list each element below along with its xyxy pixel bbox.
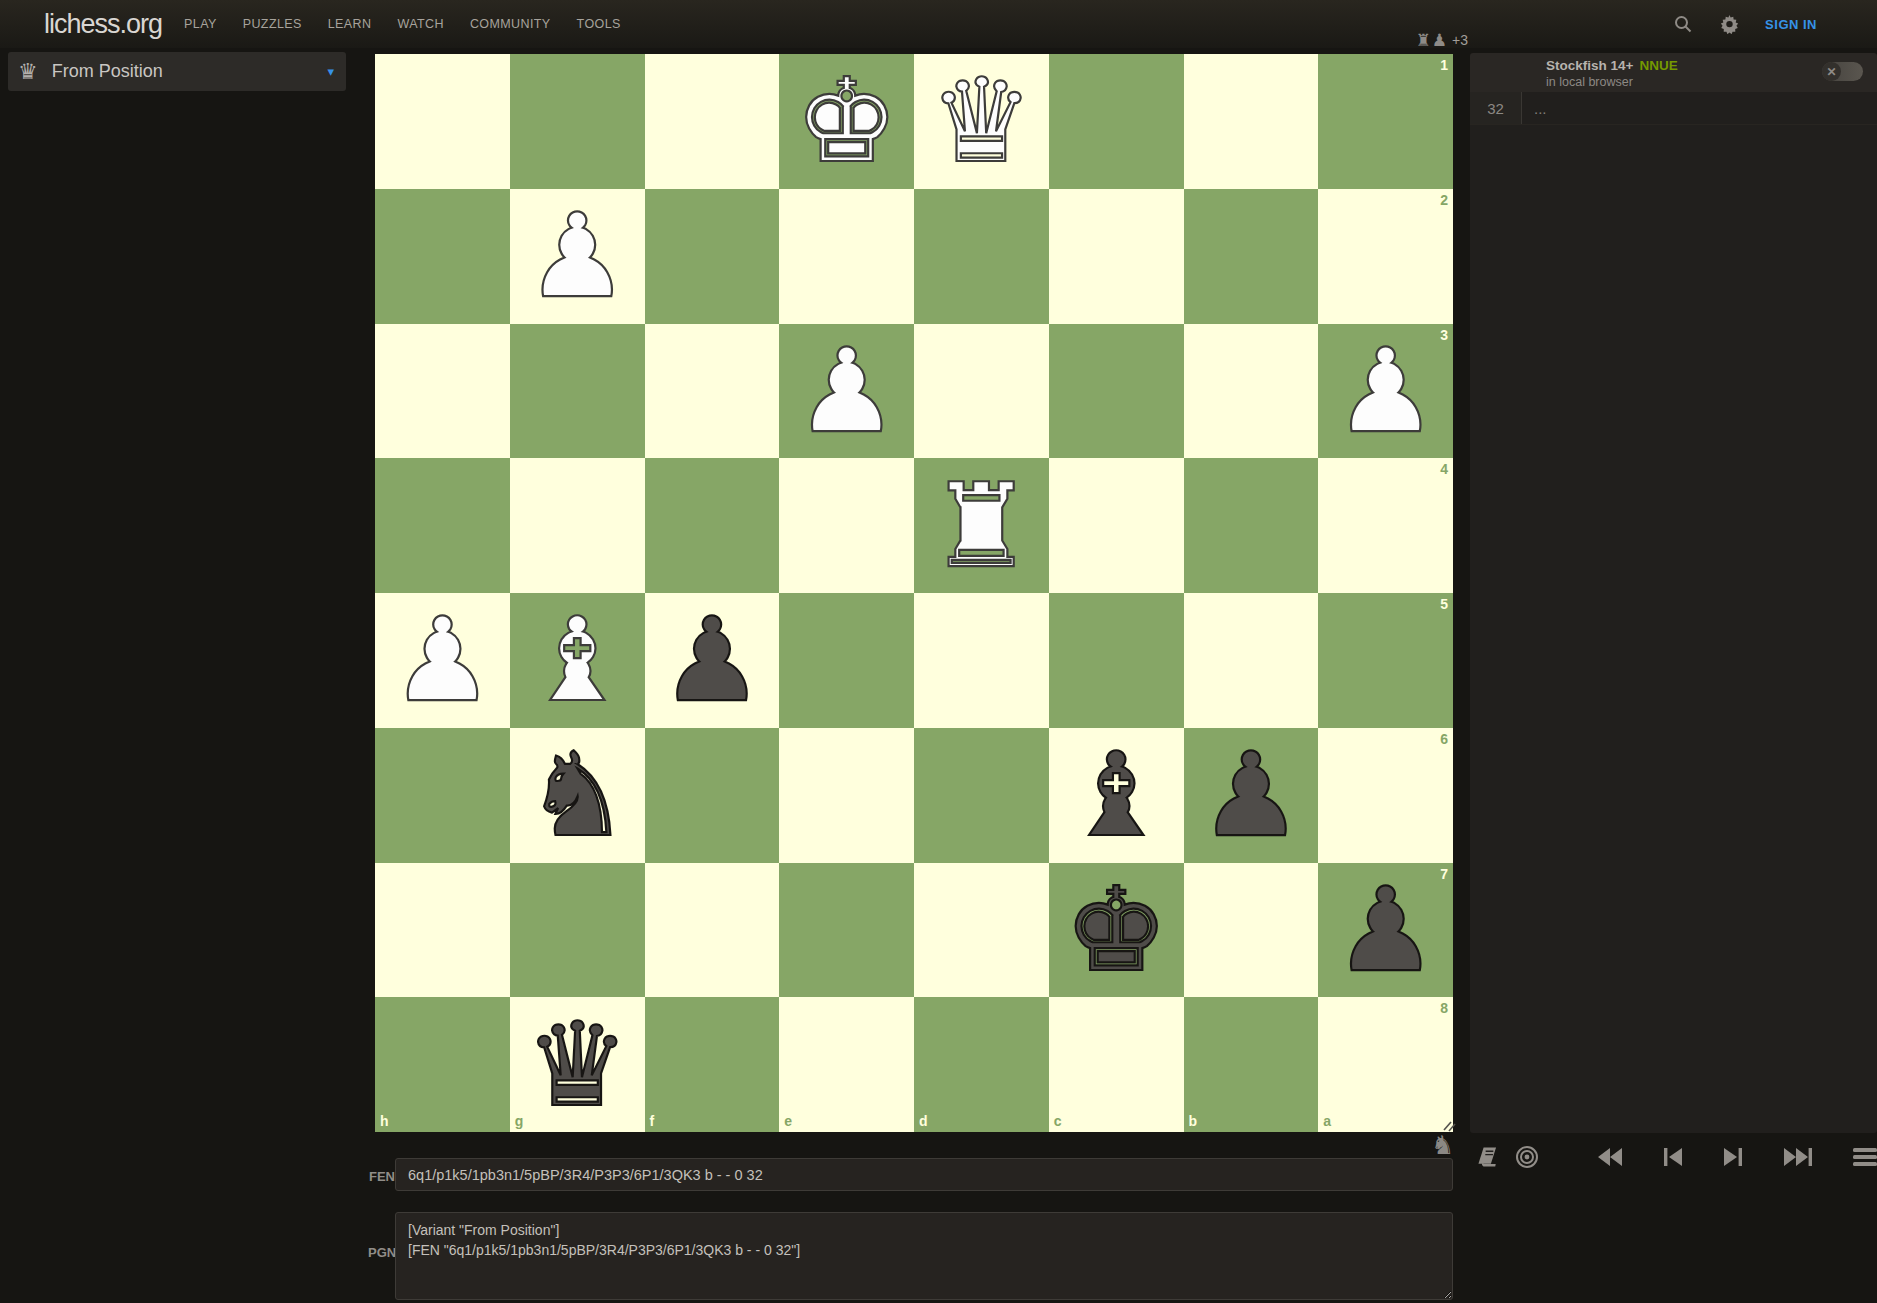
square-d5[interactable] [914,593,1049,728]
square-e5[interactable] [779,593,914,728]
square-c4[interactable] [1049,458,1184,593]
square-c5[interactable] [1049,593,1184,728]
nav-learn[interactable]: LEARN [328,17,372,31]
square-c7[interactable]: ♚ [1049,863,1184,998]
white-bishop-g5[interactable]: ♝ [525,602,629,718]
file-label-f: f [650,1114,655,1128]
square-a5[interactable]: 5 [1318,593,1453,728]
material-score: +3 [1452,32,1468,48]
square-c6[interactable]: ♝ [1049,728,1184,863]
material-indicator: ♜ ♟ +3 [1398,30,1468,50]
top-navbar: lichess.org PLAY PUZZLES LEARN WATCH COM… [0,0,1877,48]
engine-location: in local browser [1546,75,1633,89]
rank-label-6: 6 [1440,732,1448,746]
engine-panel-header: Stockfish 14+NNUE in local browser [1470,53,1877,92]
square-f3[interactable] [645,324,780,459]
square-h8[interactable]: h [375,997,510,1132]
menu-icon[interactable] [1853,1148,1877,1166]
square-c2[interactable] [1049,189,1184,324]
square-a6[interactable]: 6 [1318,728,1453,863]
square-d8[interactable]: d [914,997,1049,1132]
square-b8[interactable]: b [1184,997,1319,1132]
square-f1[interactable] [645,54,780,189]
file-label-h: h [380,1114,389,1128]
rank-label-5: 5 [1440,597,1448,611]
square-a7[interactable]: ♟7 [1318,863,1453,998]
previous-move-button[interactable] [1663,1147,1683,1167]
variant-select[interactable]: ♛ From Position ▾ [8,52,346,91]
gear-icon[interactable] [1719,14,1739,34]
square-b1[interactable] [1184,54,1319,189]
square-a2[interactable]: 2 [1318,189,1453,324]
black-queen-g8[interactable]: ♛ [525,1007,629,1123]
square-c1[interactable] [1049,54,1184,189]
square-e7[interactable] [779,863,914,998]
knight-cursor-icon: ♞ [1431,1130,1454,1160]
square-b6[interactable]: ♟ [1184,728,1319,863]
nav-watch[interactable]: WATCH [397,17,443,31]
sign-in-button[interactable]: SIGN IN [1765,17,1817,32]
file-label-g: g [515,1114,524,1128]
square-h3[interactable] [375,324,510,459]
square-c3[interactable] [1049,324,1184,459]
square-g7[interactable] [510,863,645,998]
rank-label-1: 1 [1440,58,1448,72]
square-b4[interactable] [1184,458,1319,593]
opening-explorer-icon[interactable] [1478,1146,1501,1168]
square-b5[interactable] [1184,593,1319,728]
pgn-input[interactable]: [Variant "From Position"] [FEN "6q1/p1k5… [395,1212,1453,1300]
search-icon[interactable] [1673,14,1693,34]
square-d3[interactable] [914,324,1049,459]
square-d2[interactable] [914,189,1049,324]
rank-label-4: 4 [1440,462,1448,476]
black-bishop-c6[interactable]: ♝ [1064,737,1168,853]
square-g6[interactable]: ♞ [510,728,645,863]
square-g8[interactable]: ♛g [510,997,645,1132]
white-pawn-h5[interactable]: ♟ [390,602,494,718]
square-a4[interactable]: 4 [1318,458,1453,593]
variant-label: From Position [52,61,328,82]
square-f8[interactable]: f [645,997,780,1132]
nav-community[interactable]: COMMUNITY [470,17,551,31]
move-nav-group [1597,1147,1877,1167]
square-b7[interactable] [1184,863,1319,998]
chess-board[interactable]: ♚♛1♟2♟♟3♜4♟♝♟5♞♝♟6♚♟7h♛gfedcb8a [375,54,1453,1132]
crown-icon: ♛ [18,59,38,84]
last-move-button[interactable] [1783,1147,1813,1167]
lichess-logo[interactable]: lichess.org [44,9,162,40]
pawn-icon: ♟ [1432,30,1447,50]
move-number: 32 [1470,92,1522,124]
square-h6[interactable] [375,728,510,863]
square-g3[interactable] [510,324,645,459]
square-g5[interactable]: ♝ [510,593,645,728]
square-d1[interactable]: ♛ [914,54,1049,189]
rank-label-7: 7 [1440,867,1448,881]
chevron-down-icon: ▾ [327,64,334,79]
move-row[interactable]: 32 ... [1470,92,1877,125]
analysis-toolbar [1470,1140,1877,1174]
fen-input[interactable] [395,1158,1453,1191]
square-h4[interactable] [375,458,510,593]
white-pawn-g2[interactable]: ♟ [525,198,629,314]
black-pawn-b6[interactable]: ♟ [1199,737,1303,853]
rank-label-8: 8 [1440,1001,1448,1015]
engine-toggle[interactable]: ✕ [1822,62,1863,81]
square-f5[interactable]: ♟ [645,593,780,728]
black-pawn-a7[interactable]: ♟ [1334,872,1438,988]
file-label-a: a [1323,1114,1331,1128]
square-f4[interactable] [645,458,780,593]
square-h1[interactable] [375,54,510,189]
rank-label-3: 3 [1440,328,1448,342]
square-f7[interactable] [645,863,780,998]
engine-name: Stockfish 14+NNUE [1546,58,1678,73]
file-label-e: e [784,1114,792,1128]
lichess-analysis-page: lichess.org PLAY PUZZLES LEARN WATCH COM… [0,0,1877,1303]
square-d6[interactable] [914,728,1049,863]
file-label-c: c [1054,1114,1062,1128]
square-e2[interactable] [779,189,914,324]
engine-nnue-badge: NNUE [1639,58,1677,73]
square-h2[interactable] [375,189,510,324]
white-king-e1[interactable]: ♚ [795,63,899,179]
pgn-label: PGN [368,1245,396,1260]
next-move-button[interactable] [1723,1147,1743,1167]
square-g1[interactable] [510,54,645,189]
file-label-b: b [1189,1114,1198,1128]
white-queen-d1[interactable]: ♛ [929,63,1033,179]
black-king-c7[interactable]: ♚ [1064,872,1168,988]
square-e8[interactable]: e [779,997,914,1132]
move-list-panel: 32 ... [1470,92,1877,1133]
square-c8[interactable]: c [1049,997,1184,1132]
nav-tools[interactable]: TOOLS [577,17,621,31]
square-e3[interactable]: ♟ [779,324,914,459]
square-h5[interactable]: ♟ [375,593,510,728]
black-knight-g6[interactable]: ♞ [525,737,629,853]
fen-label: FEN [369,1169,395,1184]
file-label-d: d [919,1114,928,1128]
square-g2[interactable]: ♟ [510,189,645,324]
rook-icon: ♜ [1416,30,1431,50]
rank-label-2: 2 [1440,193,1448,207]
square-f6[interactable] [645,728,780,863]
nav-puzzles[interactable]: PUZZLES [243,17,302,31]
square-e1[interactable]: ♚ [779,54,914,189]
square-a3[interactable]: ♟3 [1318,324,1453,459]
square-a1[interactable]: 1 [1318,54,1453,189]
square-f2[interactable] [645,189,780,324]
square-b2[interactable] [1184,189,1319,324]
move-ellipsis: ... [1522,92,1877,124]
black-pawn-f5[interactable]: ♟ [660,602,764,718]
white-pawn-e3[interactable]: ♟ [795,333,899,449]
square-a8[interactable]: 8a [1318,997,1453,1132]
white-rook-d4[interactable]: ♜ [929,468,1033,584]
toggle-off-icon: ✕ [1822,62,1841,81]
square-d4[interactable]: ♜ [914,458,1049,593]
white-pawn-a3[interactable]: ♟ [1334,333,1438,449]
square-g4[interactable] [510,458,645,593]
first-move-button[interactable] [1597,1147,1623,1167]
square-h7[interactable] [375,863,510,998]
square-d7[interactable] [914,863,1049,998]
main-nav: PLAY PUZZLES LEARN WATCH COMMUNITY TOOLS [184,17,621,31]
square-e6[interactable] [779,728,914,863]
square-e4[interactable] [779,458,914,593]
nav-play[interactable]: PLAY [184,17,217,31]
square-b3[interactable] [1184,324,1319,459]
practice-target-icon[interactable] [1515,1145,1539,1169]
topbar-right: SIGN IN [1673,0,1817,48]
